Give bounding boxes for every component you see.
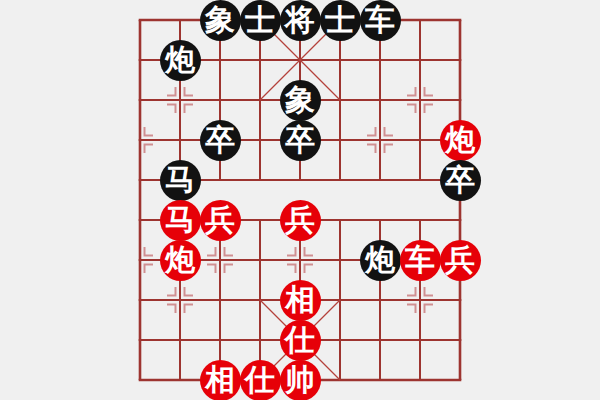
piece-black-horse[interactable]: 马 bbox=[160, 160, 201, 201]
piece-red-soldier[interactable]: 兵 bbox=[200, 200, 241, 241]
piece-black-general[interactable]: 将 bbox=[280, 0, 321, 41]
piece-red-advisor[interactable]: 仕 bbox=[280, 320, 321, 361]
piece-black-cannon[interactable]: 炮 bbox=[160, 40, 201, 81]
piece-black-chariot[interactable]: 车 bbox=[360, 0, 401, 41]
piece-black-soldier[interactable]: 卒 bbox=[200, 120, 241, 161]
piece-black-soldier[interactable]: 卒 bbox=[440, 160, 481, 201]
piece-red-horse[interactable]: 马 bbox=[160, 200, 201, 241]
piece-black-advisor[interactable]: 士 bbox=[240, 0, 281, 41]
piece-red-chariot[interactable]: 车 bbox=[400, 240, 441, 281]
piece-red-soldier[interactable]: 兵 bbox=[280, 200, 321, 241]
piece-black-advisor[interactable]: 士 bbox=[320, 0, 361, 41]
piece-red-elephant[interactable]: 相 bbox=[280, 280, 321, 321]
piece-black-soldier[interactable]: 卒 bbox=[280, 120, 321, 161]
board-grid: 象士将士车炮象卒卒炮马卒马兵兵炮炮车兵相仕相仕帅 bbox=[120, 0, 480, 400]
piece-black-elephant[interactable]: 象 bbox=[280, 80, 321, 121]
piece-red-cannon[interactable]: 炮 bbox=[160, 240, 201, 281]
xiangqi-board-screenshot: 象士将士车炮象卒卒炮马卒马兵兵炮炮车兵相仕相仕帅 bbox=[0, 0, 600, 400]
piece-red-cannon[interactable]: 炮 bbox=[440, 120, 481, 161]
piece-red-advisor[interactable]: 仕 bbox=[240, 360, 281, 400]
piece-red-general[interactable]: 帅 bbox=[280, 360, 321, 400]
piece-red-soldier[interactable]: 兵 bbox=[440, 240, 481, 281]
piece-red-elephant[interactable]: 相 bbox=[200, 360, 241, 400]
piece-black-elephant[interactable]: 象 bbox=[200, 0, 241, 41]
piece-black-cannon[interactable]: 炮 bbox=[360, 240, 401, 281]
